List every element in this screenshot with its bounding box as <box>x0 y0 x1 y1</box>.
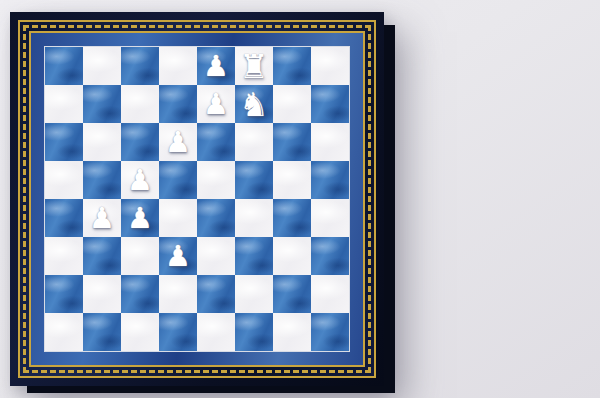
square-b4[interactable] <box>273 199 311 237</box>
square-e2[interactable] <box>159 275 197 313</box>
square-f5[interactable]: ♟ <box>121 161 159 199</box>
square-f2[interactable] <box>121 275 159 313</box>
white-pawn[interactable]: ♟ <box>159 123 197 161</box>
square-c7[interactable]: ♞ <box>235 85 273 123</box>
square-g5[interactable] <box>83 161 121 199</box>
square-f6[interactable] <box>121 123 159 161</box>
square-d1[interactable] <box>197 313 235 351</box>
chess-board: ♟♜♟♞♟♟♟♟♟ <box>10 12 384 386</box>
square-e6[interactable]: ♟ <box>159 123 197 161</box>
square-d5[interactable] <box>197 161 235 199</box>
chess-board-grid: ♟♜♟♞♟♟♟♟♟ <box>44 46 350 352</box>
white-pawn[interactable]: ♟ <box>197 85 235 123</box>
white-pawn[interactable]: ♟ <box>121 199 159 237</box>
square-a3[interactable] <box>311 237 349 275</box>
square-b5[interactable] <box>273 161 311 199</box>
square-a7[interactable] <box>311 85 349 123</box>
square-e4[interactable] <box>159 199 197 237</box>
square-g4[interactable]: ♟ <box>83 199 121 237</box>
square-a6[interactable] <box>311 123 349 161</box>
white-rook[interactable]: ♜ <box>235 47 273 85</box>
square-c5[interactable] <box>235 161 273 199</box>
square-f1[interactable] <box>121 313 159 351</box>
square-g2[interactable] <box>83 275 121 313</box>
board-outer-frame: ♟♜♟♞♟♟♟♟♟ <box>10 12 384 386</box>
gold-inlay-outer-line: ♟♜♟♞♟♟♟♟♟ <box>18 20 376 378</box>
square-d6[interactable] <box>197 123 235 161</box>
blue-marble-trim: ♟♜♟♞♟♟♟♟♟ <box>31 33 363 365</box>
gold-inlay-tie-pattern: ♟♜♟♞♟♟♟♟♟ <box>23 25 371 373</box>
square-c6[interactable] <box>235 123 273 161</box>
square-c1[interactable] <box>235 313 273 351</box>
square-f8[interactable] <box>121 47 159 85</box>
white-pawn[interactable]: ♟ <box>83 199 121 237</box>
square-h1[interactable] <box>45 313 83 351</box>
square-d3[interactable] <box>197 237 235 275</box>
white-pawn[interactable]: ♟ <box>197 47 235 85</box>
square-d4[interactable] <box>197 199 235 237</box>
square-b2[interactable] <box>273 275 311 313</box>
square-a2[interactable] <box>311 275 349 313</box>
square-h8[interactable] <box>45 47 83 85</box>
square-b7[interactable] <box>273 85 311 123</box>
square-d2[interactable] <box>197 275 235 313</box>
square-b3[interactable] <box>273 237 311 275</box>
square-b1[interactable] <box>273 313 311 351</box>
square-c4[interactable] <box>235 199 273 237</box>
square-b6[interactable] <box>273 123 311 161</box>
square-h2[interactable] <box>45 275 83 313</box>
square-f3[interactable] <box>121 237 159 275</box>
square-h5[interactable] <box>45 161 83 199</box>
square-h7[interactable] <box>45 85 83 123</box>
square-b8[interactable] <box>273 47 311 85</box>
white-knight[interactable]: ♞ <box>235 85 273 123</box>
square-e3[interactable]: ♟ <box>159 237 197 275</box>
square-c8[interactable]: ♜ <box>235 47 273 85</box>
square-a5[interactable] <box>311 161 349 199</box>
square-g6[interactable] <box>83 123 121 161</box>
square-h3[interactable] <box>45 237 83 275</box>
square-c3[interactable] <box>235 237 273 275</box>
square-e1[interactable] <box>159 313 197 351</box>
square-g8[interactable] <box>83 47 121 85</box>
square-g3[interactable] <box>83 237 121 275</box>
square-c2[interactable] <box>235 275 273 313</box>
square-d8[interactable]: ♟ <box>197 47 235 85</box>
square-f7[interactable] <box>121 85 159 123</box>
square-a8[interactable] <box>311 47 349 85</box>
square-a1[interactable] <box>311 313 349 351</box>
square-h6[interactable] <box>45 123 83 161</box>
square-a4[interactable] <box>311 199 349 237</box>
square-e8[interactable] <box>159 47 197 85</box>
square-g1[interactable] <box>83 313 121 351</box>
square-d7[interactable]: ♟ <box>197 85 235 123</box>
square-e7[interactable] <box>159 85 197 123</box>
square-g7[interactable] <box>83 85 121 123</box>
white-pawn[interactable]: ♟ <box>121 161 159 199</box>
square-h4[interactable] <box>45 199 83 237</box>
gold-inlay-inner-line: ♟♜♟♞♟♟♟♟♟ <box>29 31 365 367</box>
square-e5[interactable] <box>159 161 197 199</box>
square-f4[interactable]: ♟ <box>121 199 159 237</box>
white-pawn[interactable]: ♟ <box>159 237 197 275</box>
